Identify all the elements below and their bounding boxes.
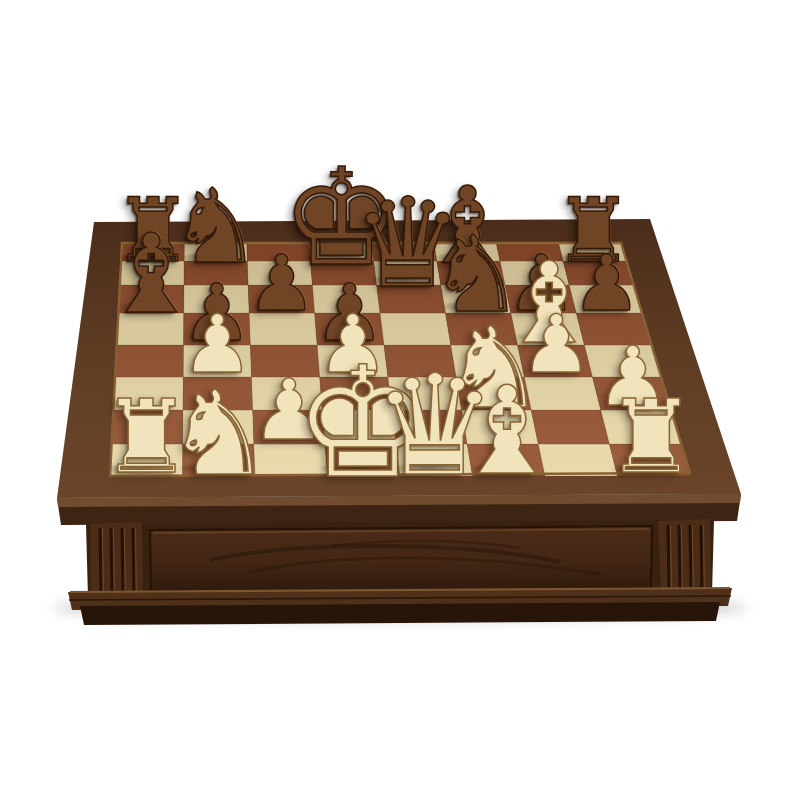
plinth-base [80, 602, 720, 625]
piece-white-bishop[interactable]: ♝ [453, 372, 562, 493]
piece-white-rook[interactable]: ♜ [606, 387, 697, 488]
piece-white-knight[interactable]: ♞ [166, 375, 271, 492]
chess-set-photo: ♜♞♚♛♝♜♟♞♟♟♟♟♝♟♟♝♟♞♟♟♛♜♞♚♝♜ [0, 0, 800, 800]
piece-black-pawn[interactable]: ♟ [247, 244, 316, 321]
